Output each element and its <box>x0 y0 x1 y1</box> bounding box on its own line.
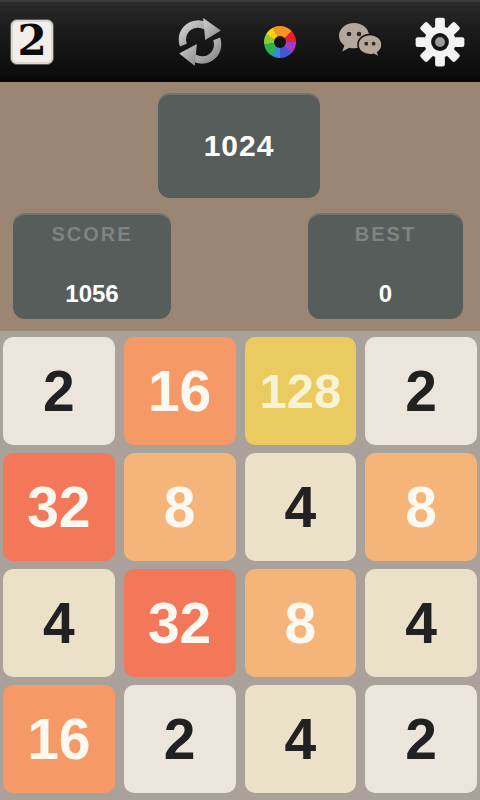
aperture-icon <box>264 26 296 58</box>
app-logo-text: 2 <box>17 20 46 62</box>
tile-r3c1-4: 4 <box>3 569 115 677</box>
max-tile-value: 1024 <box>204 129 275 163</box>
best-value: 0 <box>308 280 463 308</box>
tile-r2c2-8: 8 <box>124 453 236 561</box>
score-value: 1056 <box>13 280 171 308</box>
best-panel: BEST 0 <box>308 213 463 319</box>
tile-r1c4-2: 2 <box>365 337 477 445</box>
refresh-icon <box>175 17 225 67</box>
scoreboard: 1024 SCORE 1056 BEST 0 <box>0 82 480 331</box>
tile-r4c3-4: 4 <box>245 685 357 793</box>
tile-r2c3-4: 4 <box>245 453 357 561</box>
best-label: BEST <box>308 223 463 246</box>
restart-button[interactable] <box>160 2 240 82</box>
tile-r3c3-8: 8 <box>245 569 357 677</box>
tile-r4c1-16: 16 <box>3 685 115 793</box>
tile-r4c2-2: 2 <box>124 685 236 793</box>
tile-r1c3-128: 128 <box>245 337 357 445</box>
score-label: SCORE <box>13 223 171 246</box>
action-buttons <box>160 2 480 82</box>
tile-r2c4-8: 8 <box>365 453 477 561</box>
tile-r2c1-32: 32 <box>3 453 115 561</box>
gear-icon <box>414 16 466 68</box>
screenshot-button[interactable] <box>240 2 320 82</box>
tile-r3c4-4: 4 <box>365 569 477 677</box>
tile-r1c1-2: 2 <box>3 337 115 445</box>
tile-r3c2-32: 32 <box>124 569 236 677</box>
action-bar: 2 <box>0 0 480 82</box>
tile-r4c4-2: 2 <box>365 685 477 793</box>
board[interactable]: 2161282328484328416242 <box>0 331 480 800</box>
tile-r1c2-16: 16 <box>124 337 236 445</box>
app-logo: 2 <box>10 19 54 65</box>
wechat-icon <box>336 21 384 63</box>
score-panel: SCORE 1056 <box>13 213 171 319</box>
settings-button[interactable] <box>400 2 480 82</box>
max-tile-panel: 1024 <box>158 93 320 198</box>
wechat-share-button[interactable] <box>320 2 400 82</box>
